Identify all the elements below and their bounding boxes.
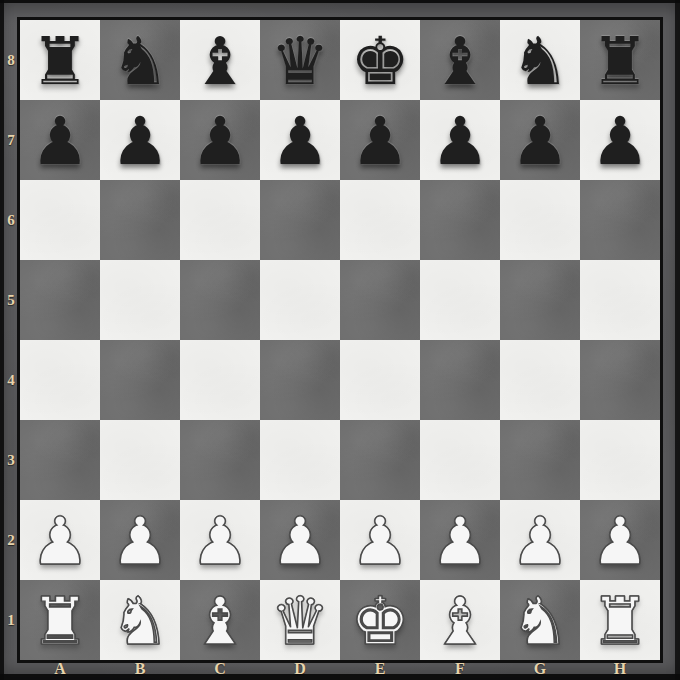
square-a2[interactable]: ♟ <box>20 500 100 580</box>
square-e3[interactable] <box>340 420 420 500</box>
file-label-e: E <box>340 661 420 677</box>
chess-board: ♜♞♝♛♚♝♞♜♟♟♟♟♟♟♟♟♟♟♟♟♟♟♟♟♜♞♝♛♚♝♞♜ <box>20 20 660 660</box>
square-c5[interactable] <box>180 260 260 340</box>
piece-white-pawn-f2[interactable]: ♟ <box>420 500 500 580</box>
square-c3[interactable] <box>180 420 260 500</box>
square-e6[interactable] <box>340 180 420 260</box>
piece-black-bishop-c8[interactable]: ♝ <box>180 20 260 100</box>
square-c6[interactable] <box>180 180 260 260</box>
file-label-b: B <box>100 661 180 677</box>
file-label-f: F <box>420 661 500 677</box>
square-f1[interactable]: ♝ <box>420 580 500 660</box>
piece-white-queen-d1[interactable]: ♛ <box>260 580 340 660</box>
piece-black-king-e8[interactable]: ♚ <box>340 20 420 100</box>
square-h8[interactable]: ♜ <box>580 20 660 100</box>
square-d1[interactable]: ♛ <box>260 580 340 660</box>
file-label-g: G <box>500 661 580 677</box>
square-g2[interactable]: ♟ <box>500 500 580 580</box>
rank-label-1: 1 <box>3 580 19 660</box>
piece-white-pawn-b2[interactable]: ♟ <box>100 500 180 580</box>
piece-white-rook-a1[interactable]: ♜ <box>20 580 100 660</box>
square-a7[interactable]: ♟ <box>20 100 100 180</box>
piece-black-bishop-f8[interactable]: ♝ <box>420 20 500 100</box>
square-d5[interactable] <box>260 260 340 340</box>
square-h6[interactable] <box>580 180 660 260</box>
square-a3[interactable] <box>20 420 100 500</box>
square-h4[interactable] <box>580 340 660 420</box>
piece-black-pawn-d7[interactable]: ♟ <box>260 100 340 180</box>
piece-black-knight-b8[interactable]: ♞ <box>100 20 180 100</box>
rank-label-3: 3 <box>3 420 19 500</box>
square-b8[interactable]: ♞ <box>100 20 180 100</box>
square-f5[interactable] <box>420 260 500 340</box>
piece-white-knight-b1[interactable]: ♞ <box>100 580 180 660</box>
rank-label-2: 2 <box>3 500 19 580</box>
file-label-c: C <box>180 661 260 677</box>
square-e5[interactable] <box>340 260 420 340</box>
square-c7[interactable]: ♟ <box>180 100 260 180</box>
square-b3[interactable] <box>100 420 180 500</box>
square-e1[interactable]: ♚ <box>340 580 420 660</box>
piece-white-pawn-a2[interactable]: ♟ <box>20 500 100 580</box>
square-f6[interactable] <box>420 180 500 260</box>
square-c8[interactable]: ♝ <box>180 20 260 100</box>
square-h3[interactable] <box>580 420 660 500</box>
piece-white-rook-h1[interactable]: ♜ <box>580 580 660 660</box>
square-f3[interactable] <box>420 420 500 500</box>
square-d7[interactable]: ♟ <box>260 100 340 180</box>
piece-black-pawn-f7[interactable]: ♟ <box>420 100 500 180</box>
square-e4[interactable] <box>340 340 420 420</box>
square-d6[interactable] <box>260 180 340 260</box>
file-label-d: D <box>260 661 340 677</box>
square-a1[interactable]: ♜ <box>20 580 100 660</box>
piece-white-pawn-e2[interactable]: ♟ <box>340 500 420 580</box>
rank-label-4: 4 <box>3 340 19 420</box>
square-f4[interactable] <box>420 340 500 420</box>
piece-white-pawn-g2[interactable]: ♟ <box>500 500 580 580</box>
square-h2[interactable]: ♟ <box>580 500 660 580</box>
rank-label-6: 6 <box>3 180 19 260</box>
square-f2[interactable]: ♟ <box>420 500 500 580</box>
file-label-a: A <box>20 661 100 677</box>
square-a8[interactable]: ♜ <box>20 20 100 100</box>
square-c4[interactable] <box>180 340 260 420</box>
square-c1[interactable]: ♝ <box>180 580 260 660</box>
piece-white-pawn-c2[interactable]: ♟ <box>180 500 260 580</box>
square-f8[interactable]: ♝ <box>420 20 500 100</box>
square-d8[interactable]: ♛ <box>260 20 340 100</box>
square-g3[interactable] <box>500 420 580 500</box>
piece-white-bishop-f1[interactable]: ♝ <box>420 580 500 660</box>
square-g6[interactable] <box>500 180 580 260</box>
square-b7[interactable]: ♟ <box>100 100 180 180</box>
square-g8[interactable]: ♞ <box>500 20 580 100</box>
rank-label-8: 8 <box>3 20 19 100</box>
rank-label-5: 5 <box>3 260 19 340</box>
piece-white-knight-g1[interactable]: ♞ <box>500 580 580 660</box>
square-a6[interactable] <box>20 180 100 260</box>
square-a4[interactable] <box>20 340 100 420</box>
square-c2[interactable]: ♟ <box>180 500 260 580</box>
piece-black-pawn-a7[interactable]: ♟ <box>20 100 100 180</box>
rank-label-7: 7 <box>3 100 19 180</box>
square-b2[interactable]: ♟ <box>100 500 180 580</box>
square-h7[interactable]: ♟ <box>580 100 660 180</box>
square-e7[interactable]: ♟ <box>340 100 420 180</box>
piece-black-pawn-h7[interactable]: ♟ <box>580 100 660 180</box>
file-label-h: H <box>580 661 660 677</box>
square-b6[interactable] <box>100 180 180 260</box>
piece-black-pawn-e7[interactable]: ♟ <box>340 100 420 180</box>
piece-black-pawn-g7[interactable]: ♟ <box>500 100 580 180</box>
square-f7[interactable]: ♟ <box>420 100 500 180</box>
square-b5[interactable] <box>100 260 180 340</box>
square-b4[interactable] <box>100 340 180 420</box>
piece-black-knight-g8[interactable]: ♞ <box>500 20 580 100</box>
square-d4[interactable] <box>260 340 340 420</box>
square-b1[interactable]: ♞ <box>100 580 180 660</box>
square-h1[interactable]: ♜ <box>580 580 660 660</box>
piece-black-pawn-b7[interactable]: ♟ <box>100 100 180 180</box>
piece-white-pawn-h2[interactable]: ♟ <box>580 500 660 580</box>
piece-white-pawn-d2[interactable]: ♟ <box>260 500 340 580</box>
piece-black-rook-a8[interactable]: ♜ <box>20 20 100 100</box>
piece-black-rook-h8[interactable]: ♜ <box>580 20 660 100</box>
square-e2[interactable]: ♟ <box>340 500 420 580</box>
square-g1[interactable]: ♞ <box>500 580 580 660</box>
square-a5[interactable] <box>20 260 100 340</box>
square-d2[interactable]: ♟ <box>260 500 340 580</box>
square-e8[interactable]: ♚ <box>340 20 420 100</box>
square-g7[interactable]: ♟ <box>500 100 580 180</box>
piece-black-queen-d8[interactable]: ♛ <box>260 20 340 100</box>
square-h5[interactable] <box>580 260 660 340</box>
chessboard-screenshot: ♜♞♝♛♚♝♞♜♟♟♟♟♟♟♟♟♟♟♟♟♟♟♟♟♜♞♝♛♚♝♞♜ 8765432… <box>0 0 680 680</box>
square-d3[interactable] <box>260 420 340 500</box>
square-g5[interactable] <box>500 260 580 340</box>
piece-white-king-e1[interactable]: ♚ <box>340 580 420 660</box>
piece-black-pawn-c7[interactable]: ♟ <box>180 100 260 180</box>
square-g4[interactable] <box>500 340 580 420</box>
piece-white-bishop-c1[interactable]: ♝ <box>180 580 260 660</box>
